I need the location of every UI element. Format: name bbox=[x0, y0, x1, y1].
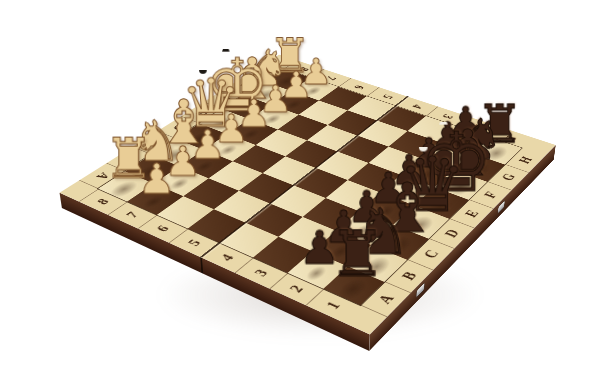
chess-board: ABCDEFGH8877665544332211ABCDEFGH ♜♞♝♛♚♝♞… bbox=[60, 54, 556, 334]
coordinate-label-text: H bbox=[257, 68, 273, 75]
king-finial-spike-icon bbox=[222, 40, 229, 51]
coordinate-label-text: 4 bbox=[409, 103, 424, 110]
dark-rook-a1[interactable]: ♜ bbox=[329, 223, 383, 286]
light-pawn-a7[interactable]: ♟ bbox=[133, 158, 181, 200]
coordinate-label-text: G bbox=[237, 81, 254, 89]
coordinate-label-text: 5 bbox=[380, 93, 395, 100]
scene: ABCDEFGH8877665544332211ABCDEFGH ♜♞♝♛♚♝♞… bbox=[0, 0, 600, 380]
metal-latch-icon[interactable] bbox=[416, 283, 424, 297]
chess-set-photo: ABCDEFGH8877665544332211ABCDEFGH ♜♞♝♛♚♝♞… bbox=[0, 0, 600, 380]
queen-finial-ball-icon bbox=[419, 143, 428, 152]
coordinate-label-text: E bbox=[193, 109, 210, 117]
coordinate-label-text: 1 bbox=[503, 134, 519, 141]
queen-finial-ball-icon bbox=[199, 66, 207, 74]
coordinate-label-text: H bbox=[516, 155, 535, 165]
hinge-notch bbox=[200, 257, 203, 274]
pawn-icon: ♟ bbox=[133, 158, 181, 200]
metal-latch-icon[interactable] bbox=[498, 201, 505, 213]
coordinate-label-text: 8 bbox=[297, 66, 311, 72]
rook-icon: ♜ bbox=[329, 223, 383, 286]
coordinate-label-text: 6 bbox=[351, 84, 366, 90]
king-finial-spike-icon bbox=[439, 112, 447, 125]
coordinate-label-text: F bbox=[216, 95, 232, 102]
coordinate-label-text: 7 bbox=[324, 75, 339, 81]
